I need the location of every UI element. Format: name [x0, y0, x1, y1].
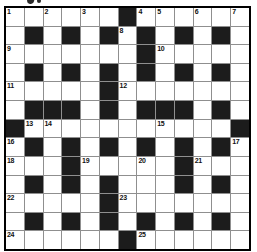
black-cell-r4c12	[212, 64, 230, 82]
white-cell-r3c11[interactable]	[194, 45, 212, 63]
black-cell-r10c10	[175, 176, 193, 194]
white-cell-r11c7[interactable]: 23	[119, 194, 137, 212]
black-cell-r2c4	[62, 27, 80, 45]
clue-number-22: 22	[7, 194, 14, 202]
black-cell-r8c12	[212, 138, 230, 156]
clue-number-10: 10	[157, 45, 164, 53]
white-cell-r3c4[interactable]	[62, 45, 80, 63]
clue-number-17: 17	[232, 138, 239, 146]
white-cell-r3c13[interactable]	[231, 45, 249, 63]
black-cell-r10c12	[212, 176, 230, 194]
white-cell-r1c8[interactable]: 4	[137, 8, 155, 26]
black-cell-r8c4	[62, 138, 80, 156]
clue-number-3: 3	[82, 8, 86, 16]
white-cell-r9c1[interactable]: 18	[6, 157, 24, 175]
white-cell-r9c3[interactable]	[44, 157, 62, 175]
cropped-letter-descender	[26, 0, 34, 5]
white-cell-r7c10[interactable]	[175, 120, 193, 138]
clue-number-5: 5	[157, 8, 161, 16]
white-cell-r3c5[interactable]	[81, 45, 99, 63]
black-cell-r13c7	[119, 231, 137, 249]
black-cell-r4c8	[137, 64, 155, 82]
black-cell-r2c2	[25, 27, 43, 45]
black-cell-r9c4	[62, 157, 80, 175]
white-cell-r6c5[interactable]	[81, 101, 99, 119]
clue-number-14: 14	[45, 120, 52, 128]
white-cell-r4c13[interactable]	[231, 64, 249, 82]
black-cell-r2c8	[137, 27, 155, 45]
white-cell-r5c10[interactable]	[175, 82, 193, 100]
white-cell-r9c11[interactable]: 21	[194, 157, 212, 175]
black-cell-r8c2	[25, 138, 43, 156]
white-cell-r2c5[interactable]	[81, 27, 99, 45]
white-cell-r8c5[interactable]	[81, 138, 99, 156]
white-cell-r5c5[interactable]	[81, 82, 99, 100]
clue-number-13: 13	[26, 120, 33, 128]
crossword-grid: 1234567891011121314151617181920212223242…	[4, 6, 251, 251]
clue-number-7: 7	[232, 8, 236, 16]
black-cell-r10c6	[100, 176, 118, 194]
black-cell-r9c10	[175, 157, 193, 175]
white-cell-r11c3[interactable]	[44, 194, 62, 212]
black-cell-r8c10	[175, 138, 193, 156]
black-cell-r5c6	[100, 82, 118, 100]
white-cell-r7c5[interactable]	[81, 120, 99, 138]
clue-number-12: 12	[120, 82, 127, 90]
white-cell-r10c8[interactable]	[137, 176, 155, 194]
white-cell-r1c1[interactable]: 1	[6, 8, 24, 26]
black-cell-r4c10	[175, 64, 193, 82]
white-cell-r3c10[interactable]	[175, 45, 193, 63]
white-cell-r3c7[interactable]	[119, 45, 137, 63]
white-cell-r7c4[interactable]	[62, 120, 80, 138]
clue-number-4: 4	[138, 8, 142, 16]
white-cell-r13c9[interactable]	[156, 231, 174, 249]
white-cell-r10c1[interactable]	[6, 176, 24, 194]
white-cell-r13c12[interactable]	[212, 231, 230, 249]
white-cell-r5c11[interactable]	[194, 82, 212, 100]
black-cell-r7c1	[6, 120, 24, 138]
white-cell-r9c7[interactable]	[119, 157, 137, 175]
white-cell-r8c13[interactable]: 17	[231, 138, 249, 156]
white-cell-r5c12[interactable]	[212, 82, 230, 100]
white-cell-r7c3[interactable]: 14	[44, 120, 62, 138]
clue-number-25: 25	[138, 231, 145, 239]
white-cell-r4c3[interactable]	[44, 64, 62, 82]
white-cell-r4c5[interactable]	[81, 64, 99, 82]
white-cell-r1c5[interactable]: 3	[81, 8, 99, 26]
black-cell-r6c12	[212, 101, 230, 119]
white-cell-r11c5[interactable]	[81, 194, 99, 212]
black-cell-r11c6	[100, 194, 118, 212]
white-cell-r7c8[interactable]	[137, 120, 155, 138]
clue-number-1: 1	[7, 8, 11, 16]
white-cell-r10c13[interactable]	[231, 176, 249, 194]
black-cell-r6c9	[156, 101, 174, 119]
white-cell-r5c9[interactable]	[156, 82, 174, 100]
white-cell-r12c11[interactable]	[194, 213, 212, 231]
white-cell-r13c8[interactable]: 25	[137, 231, 155, 249]
white-cell-r8c3[interactable]	[44, 138, 62, 156]
black-cell-r2c10	[175, 27, 193, 45]
white-cell-r3c12[interactable]	[212, 45, 230, 63]
white-cell-r7c12[interactable]	[212, 120, 230, 138]
white-cell-r12c7[interactable]	[119, 213, 137, 231]
black-cell-r1c7	[119, 8, 137, 26]
white-cell-r13c10[interactable]	[175, 231, 193, 249]
clue-number-19: 19	[82, 157, 89, 165]
white-cell-r1c10[interactable]	[175, 8, 193, 26]
white-cell-r7c6[interactable]	[100, 120, 118, 138]
clue-number-9: 9	[7, 45, 11, 53]
white-cell-r5c4[interactable]	[62, 82, 80, 100]
white-cell-r6c7[interactable]	[119, 101, 137, 119]
clue-number-21: 21	[195, 157, 202, 165]
white-cell-r2c11[interactable]	[194, 27, 212, 45]
white-cell-r13c3[interactable]	[44, 231, 62, 249]
white-cell-r4c1[interactable]	[6, 64, 24, 82]
white-cell-r13c2[interactable]	[25, 231, 43, 249]
black-cell-r12c8	[137, 213, 155, 231]
white-cell-r2c13[interactable]	[231, 27, 249, 45]
white-cell-r11c8[interactable]	[137, 194, 155, 212]
clue-number-23: 23	[120, 194, 127, 202]
white-cell-r6c1[interactable]	[6, 101, 24, 119]
white-cell-r12c9[interactable]	[156, 213, 174, 231]
black-cell-r4c4	[62, 64, 80, 82]
white-cell-r9c13[interactable]	[231, 157, 249, 175]
white-cell-r6c13[interactable]	[231, 101, 249, 119]
white-cell-r11c11[interactable]	[194, 194, 212, 212]
white-cell-r9c9[interactable]	[156, 157, 174, 175]
black-cell-r6c2	[25, 101, 43, 119]
white-cell-r5c8[interactable]	[137, 82, 155, 100]
black-cell-r12c2	[25, 213, 43, 231]
white-cell-r10c11[interactable]	[194, 176, 212, 194]
clue-number-6: 6	[195, 8, 199, 16]
white-cell-r13c6[interactable]	[100, 231, 118, 249]
white-cell-r2c1[interactable]	[6, 27, 24, 45]
white-cell-r2c9[interactable]	[156, 27, 174, 45]
white-cell-r2c3[interactable]	[44, 27, 62, 45]
white-cell-r13c1[interactable]: 24	[6, 231, 24, 249]
white-cell-r7c7[interactable]	[119, 120, 137, 138]
black-cell-r10c2	[25, 176, 43, 194]
white-cell-r11c10[interactable]	[175, 194, 193, 212]
white-cell-r11c12[interactable]	[212, 194, 230, 212]
black-cell-r8c8	[137, 138, 155, 156]
black-cell-r6c3	[44, 101, 62, 119]
white-cell-r4c7[interactable]	[119, 64, 137, 82]
white-cell-r5c7[interactable]: 12	[119, 82, 137, 100]
white-cell-r2c7[interactable]: 8	[119, 27, 137, 45]
black-cell-r6c6	[100, 101, 118, 119]
white-cell-r7c11[interactable]	[194, 120, 212, 138]
white-cell-r3c1[interactable]: 9	[6, 45, 24, 63]
white-cell-r11c4[interactable]	[62, 194, 80, 212]
white-cell-r11c13[interactable]	[231, 194, 249, 212]
black-cell-r6c4	[62, 101, 80, 119]
black-cell-r3c8	[137, 45, 155, 63]
clue-number-11: 11	[7, 82, 14, 90]
white-cell-r13c5[interactable]	[81, 231, 99, 249]
white-cell-r1c13[interactable]: 7	[231, 8, 249, 26]
white-cell-r11c2[interactable]	[25, 194, 43, 212]
white-cell-r8c1[interactable]: 16	[6, 138, 24, 156]
clue-number-18: 18	[7, 157, 14, 165]
white-cell-r12c3[interactable]	[44, 213, 62, 231]
clue-number-20: 20	[138, 157, 145, 165]
white-cell-r5c13[interactable]	[231, 82, 249, 100]
black-cell-r12c10	[175, 213, 193, 231]
white-cell-r5c1[interactable]: 11	[6, 82, 24, 100]
black-cell-r2c12	[212, 27, 230, 45]
black-cell-r8c6	[100, 138, 118, 156]
clue-number-15: 15	[157, 120, 164, 128]
white-cell-r10c9[interactable]	[156, 176, 174, 194]
white-cell-r5c2[interactable]	[25, 82, 43, 100]
white-cell-r7c2[interactable]: 13	[25, 120, 43, 138]
white-cell-r9c5[interactable]: 19	[81, 157, 99, 175]
white-cell-r3c3[interactable]	[44, 45, 62, 63]
white-cell-r9c6[interactable]	[100, 157, 118, 175]
black-cell-r6c10	[175, 101, 193, 119]
clue-number-16: 16	[7, 138, 14, 146]
black-cell-r12c4	[62, 213, 80, 231]
white-cell-r1c2[interactable]	[25, 8, 43, 26]
white-cell-r11c9[interactable]	[156, 194, 174, 212]
white-cell-r12c5[interactable]	[81, 213, 99, 231]
white-cell-r10c7[interactable]	[119, 176, 137, 194]
white-cell-r10c5[interactable]	[81, 176, 99, 194]
black-cell-r10c4	[62, 176, 80, 194]
white-cell-r12c13[interactable]	[231, 213, 249, 231]
white-cell-r11c1[interactable]: 22	[6, 194, 24, 212]
white-cell-r8c7[interactable]	[119, 138, 137, 156]
white-cell-r10c3[interactable]	[44, 176, 62, 194]
white-cell-r1c3[interactable]: 2	[44, 8, 62, 26]
white-cell-r8c9[interactable]	[156, 138, 174, 156]
black-cell-r4c2	[25, 64, 43, 82]
white-cell-r13c11[interactable]	[194, 231, 212, 249]
white-cell-r1c6[interactable]	[100, 8, 118, 26]
black-cell-r12c6	[100, 213, 118, 231]
white-cell-r5c3[interactable]	[44, 82, 62, 100]
white-cell-r3c6[interactable]	[100, 45, 118, 63]
cropped-letter-dot	[37, 0, 41, 3]
white-cell-r1c11[interactable]: 6	[194, 8, 212, 26]
white-cell-r3c2[interactable]	[25, 45, 43, 63]
white-cell-r1c4[interactable]	[62, 8, 80, 26]
white-cell-r8c11[interactable]	[194, 138, 212, 156]
black-cell-r4c6	[100, 64, 118, 82]
white-cell-r9c12[interactable]	[212, 157, 230, 175]
white-cell-r3c9[interactable]: 10	[156, 45, 174, 63]
cropped-title-fragment	[24, 0, 64, 5]
white-cell-r1c12[interactable]	[212, 8, 230, 26]
white-cell-r13c4[interactable]	[62, 231, 80, 249]
clue-number-24: 24	[7, 231, 14, 239]
white-cell-r4c9[interactable]	[156, 64, 174, 82]
black-cell-r2c6	[100, 27, 118, 45]
black-cell-r7c13	[231, 120, 249, 138]
white-cell-r7c9[interactable]: 15	[156, 120, 174, 138]
white-cell-r6c11[interactable]	[194, 101, 212, 119]
white-cell-r1c9[interactable]: 5	[156, 8, 174, 26]
white-cell-r9c2[interactable]	[25, 157, 43, 175]
black-cell-r12c12	[212, 213, 230, 231]
white-cell-r4c11[interactable]	[194, 64, 212, 82]
black-cell-r6c8	[137, 101, 155, 119]
white-cell-r9c8[interactable]: 20	[137, 157, 155, 175]
clue-number-2: 2	[45, 8, 49, 16]
clue-number-8: 8	[120, 27, 124, 35]
white-cell-r12c1[interactable]	[6, 213, 24, 231]
white-cell-r13c13[interactable]	[231, 231, 249, 249]
